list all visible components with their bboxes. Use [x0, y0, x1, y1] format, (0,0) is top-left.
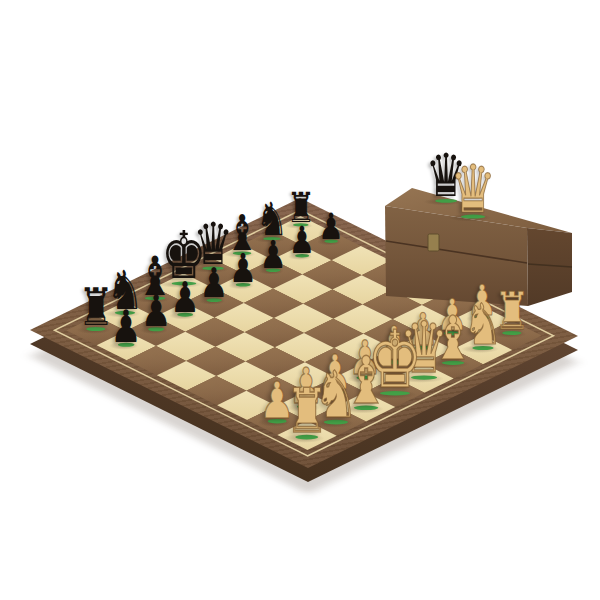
- product-photo-stage: ♜♞♝♛♚♝♞♜♟♟♟♟♟♟♟♟♟♟♟♟♟♟♟♟♜♞♝♛♚♝♞♜♛♛: [0, 0, 600, 600]
- storage-box: [0, 0, 600, 600]
- box-clasp: [428, 234, 439, 251]
